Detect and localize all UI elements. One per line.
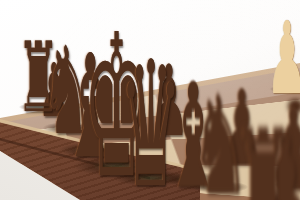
chess-photo-scene: ♜♞♝♚♛♝♞♜♟♟♟♟♟♟ — [0, 0, 300, 200]
piece-black-rook-a8: ♜ — [228, 111, 298, 201]
